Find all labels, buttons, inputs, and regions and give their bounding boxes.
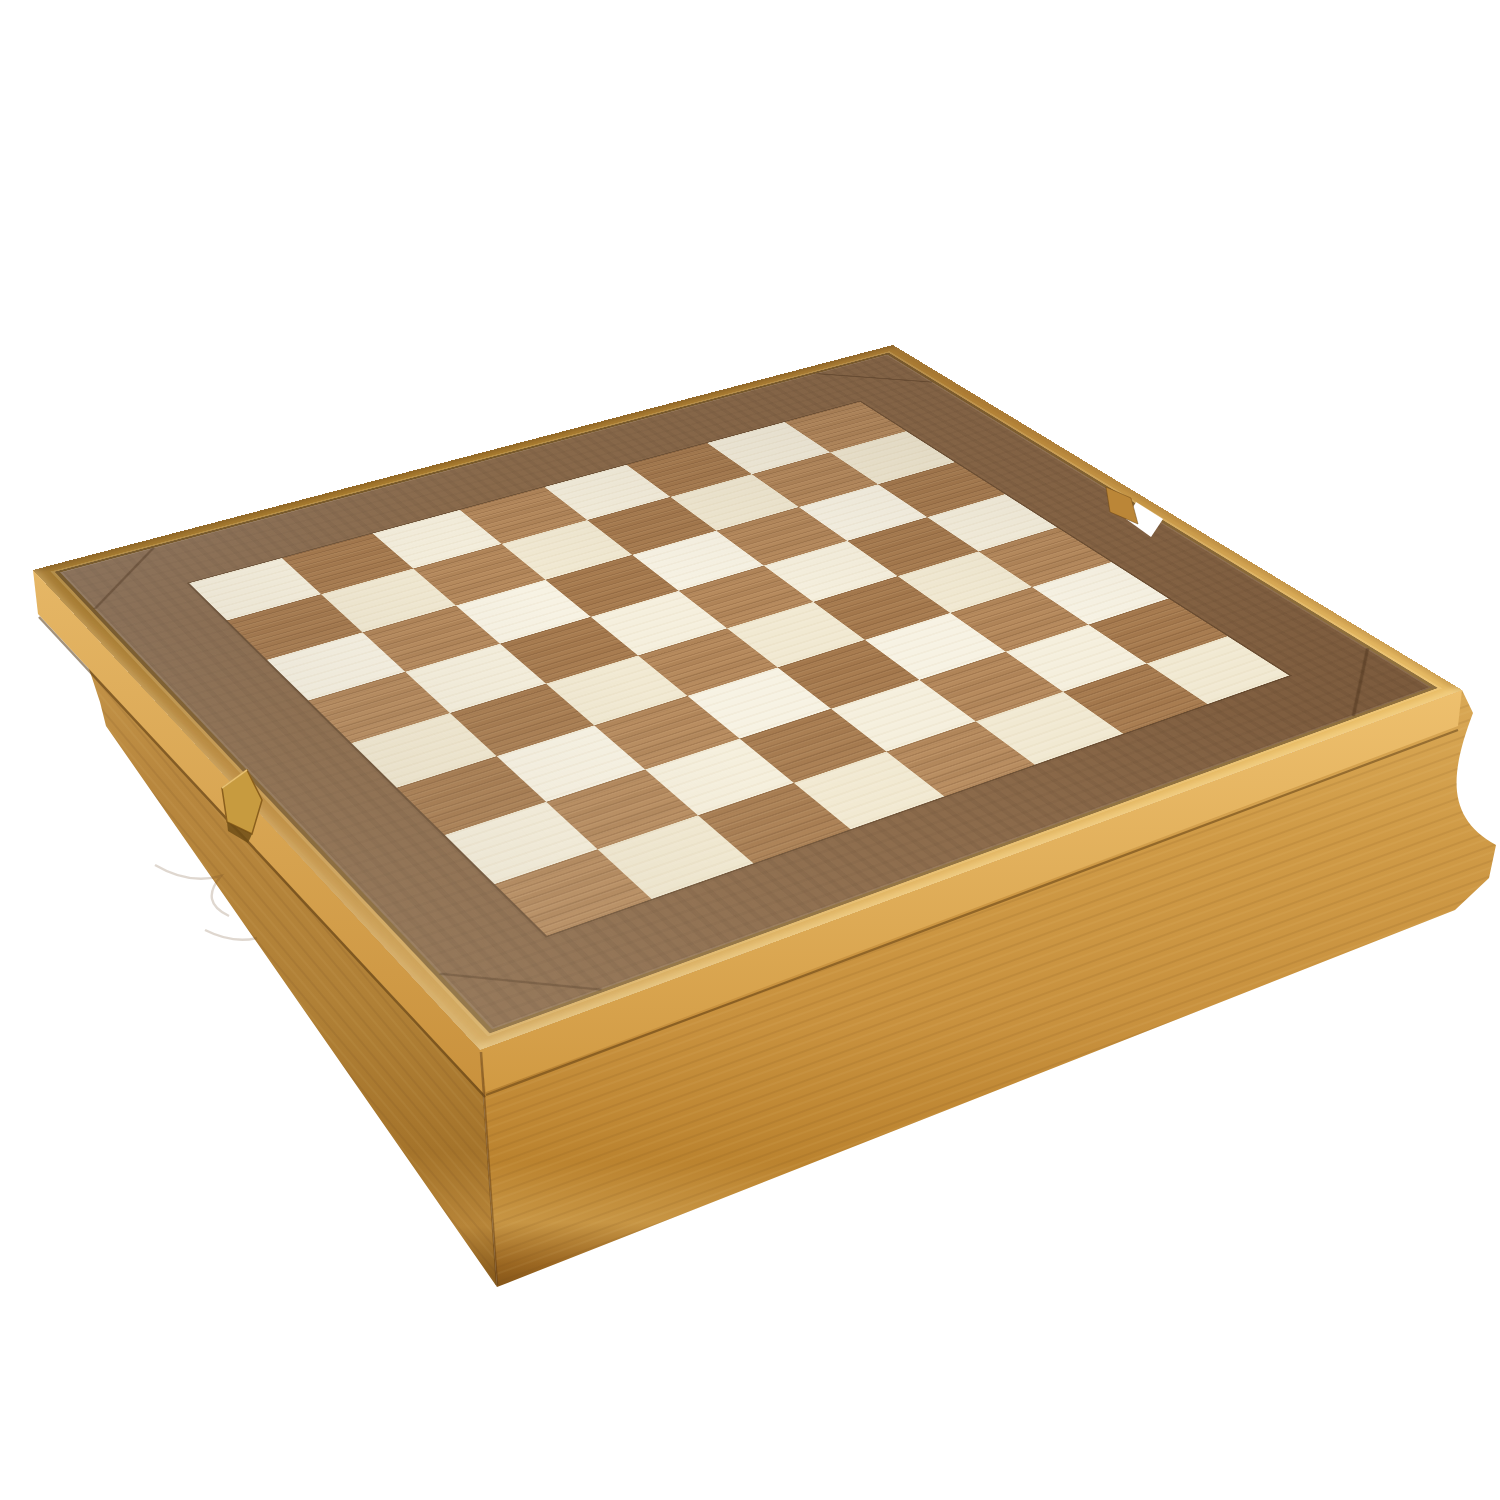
- miter-joint-far-left: [93, 548, 155, 609]
- miter-joint-near-right: [1351, 648, 1369, 716]
- miter-joint-near-left: [439, 972, 602, 990]
- product-photo-stage: [0, 0, 1500, 1500]
- miter-joint-far-right: [815, 373, 932, 383]
